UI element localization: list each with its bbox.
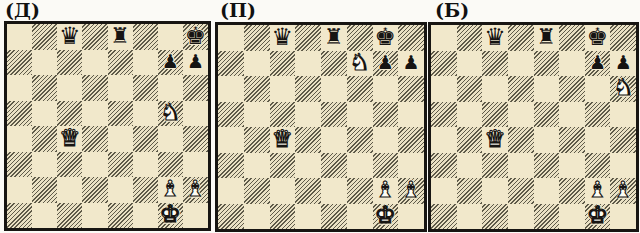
square-h5-board-p — [398, 102, 424, 128]
square-b1-board-d — [32, 203, 57, 229]
black-pawn-g7-piece: ♟ — [589, 53, 606, 72]
square-f8-board-p — [347, 25, 373, 51]
square-b5-board-d — [32, 101, 57, 127]
square-f7-board-d — [133, 50, 158, 76]
white-queen-c4-piece: ♛ — [59, 126, 81, 150]
square-a7-board-p — [218, 51, 244, 77]
white-queen-c4-piece: ♛ — [272, 127, 294, 151]
square-g4-board-p — [373, 127, 399, 153]
square-g6-board-b — [585, 76, 611, 102]
square-f1-board-b — [559, 204, 585, 230]
square-e6-board-p — [321, 76, 347, 102]
square-d5-board-p — [295, 102, 321, 128]
square-f1-board-d — [133, 203, 158, 229]
square-a5-board-b — [431, 102, 457, 128]
square-d7-board-p — [295, 51, 321, 77]
square-a3-board-d — [7, 152, 32, 178]
black-pawn-h7-piece: ♟ — [187, 52, 204, 71]
square-a7-board-b — [431, 51, 457, 77]
square-g1-board-p: ♚ — [373, 204, 399, 230]
square-a2-board-b — [431, 178, 457, 204]
square-b1-board-p — [244, 204, 270, 230]
square-c2-board-p — [270, 178, 296, 204]
square-d5-board-d — [82, 101, 107, 127]
square-c4-board-b: ♛ — [482, 127, 508, 153]
square-c7-board-p — [270, 51, 296, 77]
square-d4-board-d — [82, 126, 107, 152]
square-h2-board-d: ♝ — [183, 177, 208, 203]
square-c8-board-p: ♛ — [270, 25, 296, 51]
square-f2-board-b — [559, 178, 585, 204]
square-d4-board-b — [508, 127, 534, 153]
square-e4-board-b — [534, 127, 560, 153]
black-rook-e8-piece: ♜ — [324, 26, 344, 48]
square-e7-board-d — [108, 50, 133, 76]
square-f8-board-d — [133, 24, 158, 50]
square-a8-board-d — [7, 24, 32, 50]
square-e5-board-p — [321, 102, 347, 128]
square-h2-board-b: ♝ — [610, 178, 636, 204]
square-b8-board-d — [32, 24, 57, 50]
white-queen-c4-piece: ♛ — [484, 127, 506, 151]
square-f3-board-d — [133, 152, 158, 178]
square-a1-board-p — [218, 204, 244, 230]
square-b5-board-b — [457, 102, 483, 128]
white-knight-f7-piece: ♞ — [349, 51, 370, 74]
square-b3-board-b — [457, 153, 483, 179]
square-g7-board-d: ♟ — [158, 50, 183, 76]
black-queen-c8-piece: ♛ — [59, 24, 81, 48]
white-bishop-h2-piece: ♝ — [613, 179, 633, 201]
square-c6-board-d — [57, 75, 82, 101]
square-a4-board-d — [7, 126, 32, 152]
square-g6-board-d — [158, 75, 183, 101]
square-e6-board-d — [108, 75, 133, 101]
square-a1-board-d — [7, 203, 32, 229]
square-a8-board-b — [431, 25, 457, 51]
square-d6-board-p — [295, 76, 321, 102]
square-g3-board-d — [158, 152, 183, 178]
white-bishop-h2-piece: ♝ — [186, 178, 206, 200]
square-c4-board-d: ♛ — [57, 126, 82, 152]
white-bishop-g2-piece: ♝ — [160, 178, 180, 200]
square-f3-board-b — [559, 153, 585, 179]
square-c2-board-b — [482, 178, 508, 204]
square-h4-board-b — [610, 127, 636, 153]
square-c5-board-b — [482, 102, 508, 128]
square-f8-board-b — [559, 25, 585, 51]
white-king-g1-piece: ♚ — [160, 203, 182, 227]
square-d7-board-b — [508, 51, 534, 77]
square-b6-board-b — [457, 76, 483, 102]
black-rook-e8-piece: ♜ — [110, 25, 130, 47]
square-b6-board-d — [32, 75, 57, 101]
square-a1-board-b — [431, 204, 457, 230]
square-h6-board-b: ♞ — [610, 76, 636, 102]
square-c2-board-d — [57, 177, 82, 203]
square-b7-board-p — [244, 51, 270, 77]
square-c1-board-d — [57, 203, 82, 229]
square-a6-board-d — [7, 75, 32, 101]
square-f6-board-d — [133, 75, 158, 101]
square-e8-board-b: ♜ — [534, 25, 560, 51]
square-b4-board-p — [244, 127, 270, 153]
square-g2-board-p: ♝ — [373, 178, 399, 204]
square-h3-board-d — [183, 152, 208, 178]
black-pawn-h7-piece: ♟ — [615, 53, 632, 72]
square-e4-board-p — [321, 127, 347, 153]
square-e5-board-b — [534, 102, 560, 128]
square-b7-board-b — [457, 51, 483, 77]
square-c3-board-b — [482, 153, 508, 179]
square-a7-board-d — [7, 50, 32, 76]
square-g1-board-d: ♚ — [158, 203, 183, 229]
square-f4-board-b — [559, 127, 585, 153]
black-king-g8-piece: ♚ — [375, 25, 397, 49]
square-b4-board-b — [457, 127, 483, 153]
square-a5-board-d — [7, 101, 32, 127]
square-c4-board-p: ♛ — [270, 127, 296, 153]
black-pawn-g7-piece: ♟ — [377, 53, 394, 72]
square-g1-board-b: ♚ — [585, 204, 611, 230]
square-g7-board-p: ♟ — [373, 51, 399, 77]
square-g4-board-d — [158, 126, 183, 152]
square-e3-board-b — [534, 153, 560, 179]
square-e3-board-p — [321, 153, 347, 179]
white-bishop-h2-piece: ♝ — [401, 179, 421, 201]
square-e3-board-d — [108, 152, 133, 178]
square-a8-board-p — [218, 25, 244, 51]
square-a6-board-b — [431, 76, 457, 102]
square-h4-board-p — [398, 127, 424, 153]
page: (Д) (П) (Б) ♛♜♚♟♟♞♛♝♝♚ ♛♜♚♞♟♟♛♝♝♚ ♛♜♚♟♟♞… — [0, 0, 640, 233]
square-h1-board-p — [398, 204, 424, 230]
square-h7-board-b: ♟ — [610, 51, 636, 77]
chessboard-b: ♛♜♚♟♟♞♛♝♝♚ — [428, 22, 639, 232]
square-e5-board-d — [108, 101, 133, 127]
black-king-h8-piece: ♚ — [185, 24, 207, 48]
square-h5-board-b — [610, 102, 636, 128]
square-e1-board-p — [321, 204, 347, 230]
black-queen-c8-piece: ♛ — [484, 25, 506, 49]
square-b2-board-d — [32, 177, 57, 203]
square-b3-board-p — [244, 153, 270, 179]
square-a5-board-p — [218, 102, 244, 128]
square-f5-board-p — [347, 102, 373, 128]
chessboard-d: ♛♜♚♟♟♞♛♝♝♚ — [4, 21, 211, 231]
square-h8-board-d: ♚ — [183, 24, 208, 50]
square-b5-board-p — [244, 102, 270, 128]
square-c1-board-p — [270, 204, 296, 230]
square-e7-board-b — [534, 51, 560, 77]
square-g3-board-b — [585, 153, 611, 179]
square-d1-board-d — [82, 203, 107, 229]
square-e2-board-d — [108, 177, 133, 203]
square-c5-board-p — [270, 102, 296, 128]
square-c6-board-p — [270, 76, 296, 102]
white-bishop-g2-piece: ♝ — [376, 179, 396, 201]
square-d2-board-p — [295, 178, 321, 204]
square-h4-board-d — [183, 126, 208, 152]
square-f2-board-p — [347, 178, 373, 204]
square-g2-board-d: ♝ — [158, 177, 183, 203]
black-queen-c8-piece: ♛ — [272, 25, 294, 49]
square-h3-board-p — [398, 153, 424, 179]
square-f6-board-p — [347, 76, 373, 102]
square-h5-board-d — [183, 101, 208, 127]
white-king-g1-piece: ♚ — [587, 204, 609, 228]
square-e2-board-p — [321, 178, 347, 204]
square-d8-board-d — [82, 24, 107, 50]
white-knight-g5-piece: ♞ — [160, 101, 181, 124]
square-c3-board-d — [57, 152, 82, 178]
square-d2-board-d — [82, 177, 107, 203]
square-d8-board-p — [295, 25, 321, 51]
square-a6-board-p — [218, 76, 244, 102]
square-f2-board-d — [133, 177, 158, 203]
square-a2-board-d — [7, 177, 32, 203]
white-king-g1-piece: ♚ — [375, 204, 397, 228]
square-h3-board-b — [610, 153, 636, 179]
square-f6-board-b — [559, 76, 585, 102]
square-a3-board-b — [431, 153, 457, 179]
square-d4-board-p — [295, 127, 321, 153]
square-g8-board-d — [158, 24, 183, 50]
square-b7-board-d — [32, 50, 57, 76]
square-f7-board-p: ♞ — [347, 51, 373, 77]
square-h8-board-p — [398, 25, 424, 51]
square-h1-board-b — [610, 204, 636, 230]
square-b2-board-p — [244, 178, 270, 204]
square-a2-board-p — [218, 178, 244, 204]
square-g4-board-b — [585, 127, 611, 153]
square-e8-board-d: ♜ — [108, 24, 133, 50]
square-d3-board-d — [82, 152, 107, 178]
square-c8-board-d: ♛ — [57, 24, 82, 50]
square-b3-board-d — [32, 152, 57, 178]
square-f3-board-p — [347, 153, 373, 179]
white-bishop-g2-piece: ♝ — [588, 179, 608, 201]
square-e1-board-d — [108, 203, 133, 229]
square-f4-board-p — [347, 127, 373, 153]
square-c7-board-b — [482, 51, 508, 77]
square-c6-board-b — [482, 76, 508, 102]
square-g2-board-b: ♝ — [585, 178, 611, 204]
square-e6-board-b — [534, 76, 560, 102]
square-g5-board-b — [585, 102, 611, 128]
square-h8-board-b — [610, 25, 636, 51]
square-f4-board-d — [133, 126, 158, 152]
square-h6-board-d — [183, 75, 208, 101]
square-b2-board-b — [457, 178, 483, 204]
square-d3-board-p — [295, 153, 321, 179]
square-e7-board-p — [321, 51, 347, 77]
square-d5-board-b — [508, 102, 534, 128]
black-pawn-h7-piece: ♟ — [403, 53, 420, 72]
board-label-p: (П) — [220, 0, 256, 20]
square-a4-board-p — [218, 127, 244, 153]
square-d1-board-p — [295, 204, 321, 230]
square-g5-board-p — [373, 102, 399, 128]
square-b8-board-b — [457, 25, 483, 51]
square-h7-board-p: ♟ — [398, 51, 424, 77]
square-g6-board-p — [373, 76, 399, 102]
square-a4-board-b — [431, 127, 457, 153]
square-g8-board-p: ♚ — [373, 25, 399, 51]
square-f5-board-b — [559, 102, 585, 128]
square-b8-board-p — [244, 25, 270, 51]
square-f1-board-p — [347, 204, 373, 230]
square-d6-board-d — [82, 75, 107, 101]
square-h1-board-d — [183, 203, 208, 229]
square-h2-board-p: ♝ — [398, 178, 424, 204]
board-label-b: (Б) — [435, 0, 469, 20]
square-a3-board-p — [218, 153, 244, 179]
square-b6-board-p — [244, 76, 270, 102]
square-g8-board-b: ♚ — [585, 25, 611, 51]
square-c3-board-p — [270, 153, 296, 179]
square-d2-board-b — [508, 178, 534, 204]
square-e1-board-b — [534, 204, 560, 230]
square-d6-board-b — [508, 76, 534, 102]
square-e8-board-p: ♜ — [321, 25, 347, 51]
black-king-g8-piece: ♚ — [587, 25, 609, 49]
white-knight-h6-piece: ♞ — [613, 76, 634, 99]
square-e2-board-b — [534, 178, 560, 204]
square-f7-board-b — [559, 51, 585, 77]
square-d3-board-b — [508, 153, 534, 179]
chessboard-p: ♛♜♚♞♟♟♛♝♝♚ — [215, 22, 427, 232]
square-h7-board-d: ♟ — [183, 50, 208, 76]
black-pawn-g7-piece: ♟ — [162, 52, 179, 71]
square-d8-board-b — [508, 25, 534, 51]
board-label-d: (Д) — [5, 0, 40, 20]
square-b4-board-d — [32, 126, 57, 152]
square-h6-board-p — [398, 76, 424, 102]
square-g3-board-p — [373, 153, 399, 179]
square-e4-board-d — [108, 126, 133, 152]
square-g5-board-d: ♞ — [158, 101, 183, 127]
black-rook-e8-piece: ♜ — [536, 26, 556, 48]
square-c7-board-d — [57, 50, 82, 76]
square-d7-board-d — [82, 50, 107, 76]
square-d1-board-b — [508, 204, 534, 230]
square-c8-board-b: ♛ — [482, 25, 508, 51]
square-c1-board-b — [482, 204, 508, 230]
square-g7-board-b: ♟ — [585, 51, 611, 77]
square-c5-board-d — [57, 101, 82, 127]
square-b1-board-b — [457, 204, 483, 230]
square-f5-board-d — [133, 101, 158, 127]
